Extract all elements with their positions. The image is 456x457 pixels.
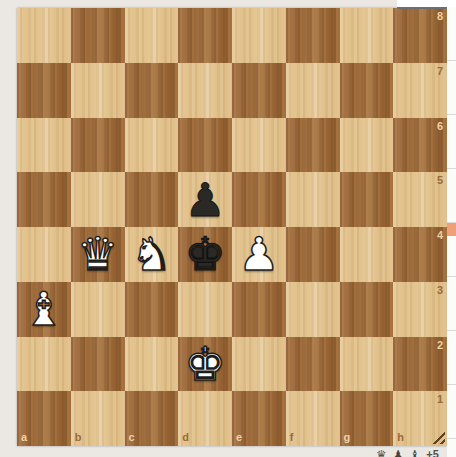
piece-black-king[interactable]: ♚	[178, 227, 232, 282]
square-a6[interactable]	[17, 118, 71, 173]
square-a3[interactable]: ♝	[17, 282, 71, 337]
square-h3[interactable]: 3	[393, 282, 447, 337]
square-g8[interactable]	[340, 8, 394, 63]
square-d1[interactable]: d	[178, 391, 232, 446]
rank-label-1: 1	[437, 394, 443, 405]
file-label-b: b	[75, 432, 82, 443]
square-g2[interactable]	[340, 337, 394, 392]
square-h5[interactable]: 5	[393, 172, 447, 227]
square-d4[interactable]: ♚	[178, 227, 232, 282]
square-f2[interactable]	[286, 337, 340, 392]
square-g4[interactable]	[340, 227, 394, 282]
square-d5[interactable]: ♟	[178, 172, 232, 227]
square-b6[interactable]	[71, 118, 125, 173]
square-d8[interactable]	[178, 8, 232, 63]
piece-white-king[interactable]: ♚	[178, 337, 232, 392]
square-g5[interactable]	[340, 172, 394, 227]
square-f8[interactable]	[286, 8, 340, 63]
square-a2[interactable]	[17, 337, 71, 392]
square-c1[interactable]: c	[125, 391, 179, 446]
file-label-a: a	[21, 432, 27, 443]
square-f5[interactable]	[286, 172, 340, 227]
square-c7[interactable]	[125, 63, 179, 118]
chess-board: 876♟5♛♞♚♟4♝3♚2abcdefgh1	[17, 8, 447, 446]
square-h7[interactable]: 7	[393, 63, 447, 118]
rank-label-3: 3	[437, 285, 443, 296]
square-a5[interactable]	[17, 172, 71, 227]
material-score: +5	[426, 449, 439, 457]
square-c3[interactable]	[125, 282, 179, 337]
square-b4[interactable]: ♛	[71, 227, 125, 282]
square-a8[interactable]	[17, 8, 71, 63]
square-c2[interactable]	[125, 337, 179, 392]
square-c6[interactable]	[125, 118, 179, 173]
piece-white-bishop[interactable]: ♝	[17, 282, 71, 337]
square-d6[interactable]	[178, 118, 232, 173]
square-e1[interactable]: e	[232, 391, 286, 446]
captured-bishop-icon: ♝	[410, 449, 421, 457]
square-g3[interactable]	[340, 282, 394, 337]
square-f7[interactable]	[286, 63, 340, 118]
square-e5[interactable]	[232, 172, 286, 227]
file-label-d: d	[182, 432, 189, 443]
square-h6[interactable]: 6	[393, 118, 447, 173]
current-move-marker	[447, 223, 456, 236]
material-bar: ♛ ♟ ♝ +5	[376, 449, 439, 457]
square-b2[interactable]	[71, 337, 125, 392]
square-a1[interactable]: a	[17, 391, 71, 446]
square-f6[interactable]	[286, 118, 340, 173]
square-e8[interactable]	[232, 8, 286, 63]
rank-label-4: 4	[437, 230, 443, 241]
file-label-g: g	[344, 432, 351, 443]
piece-white-pawn[interactable]: ♟	[232, 227, 286, 282]
piece-white-queen[interactable]: ♛	[71, 227, 125, 282]
file-label-e: e	[236, 432, 242, 443]
square-e2[interactable]	[232, 337, 286, 392]
square-h2[interactable]: 2	[393, 337, 447, 392]
square-h8[interactable]: 8	[393, 8, 447, 63]
piece-black-pawn[interactable]: ♟	[178, 172, 232, 227]
square-g7[interactable]	[340, 63, 394, 118]
square-h4[interactable]: 4	[393, 227, 447, 282]
rank-label-5: 5	[437, 175, 443, 186]
square-c8[interactable]	[125, 8, 179, 63]
square-e7[interactable]	[232, 63, 286, 118]
square-g1[interactable]: g	[340, 391, 394, 446]
square-f3[interactable]	[286, 282, 340, 337]
rank-label-2: 2	[437, 340, 443, 351]
square-a7[interactable]	[17, 63, 71, 118]
square-e4[interactable]: ♟	[232, 227, 286, 282]
square-d2[interactable]: ♚	[178, 337, 232, 392]
rank-label-6: 6	[437, 121, 443, 132]
square-d3[interactable]	[178, 282, 232, 337]
square-b7[interactable]	[71, 63, 125, 118]
captured-pawn-icon: ♟	[393, 449, 404, 457]
rank-label-8: 8	[437, 11, 443, 22]
square-c5[interactable]	[125, 172, 179, 227]
file-label-f: f	[290, 432, 294, 443]
square-g6[interactable]	[340, 118, 394, 173]
square-a4[interactable]	[17, 227, 71, 282]
square-h1[interactable]: h1	[393, 391, 447, 446]
square-b3[interactable]	[71, 282, 125, 337]
square-b1[interactable]: b	[71, 391, 125, 446]
square-d7[interactable]	[178, 63, 232, 118]
piece-white-knight[interactable]: ♞	[125, 227, 179, 282]
square-b8[interactable]	[71, 8, 125, 63]
square-e6[interactable]	[232, 118, 286, 173]
board-resize-handle[interactable]	[432, 431, 445, 444]
captured-queen-icon: ♛	[376, 449, 387, 457]
square-e3[interactable]	[232, 282, 286, 337]
square-c4[interactable]: ♞	[125, 227, 179, 282]
square-f1[interactable]: f	[286, 391, 340, 446]
file-label-h: h	[397, 432, 404, 443]
square-b5[interactable]	[71, 172, 125, 227]
file-label-c: c	[129, 432, 135, 443]
square-f4[interactable]	[286, 227, 340, 282]
rank-label-7: 7	[437, 66, 443, 77]
